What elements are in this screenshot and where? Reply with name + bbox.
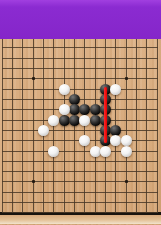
grid-line-vertical [12, 39, 13, 213]
white-stone [100, 146, 111, 157]
grid-line-vertical [33, 39, 34, 213]
black-stone [90, 104, 101, 115]
grid-line-horizontal [2, 181, 158, 182]
white-stone [59, 84, 70, 95]
white-stone [48, 115, 59, 126]
white-stone [110, 84, 121, 95]
white-stone [59, 104, 70, 115]
white-stone [121, 146, 132, 157]
grid-line-horizontal [2, 161, 158, 162]
grid-line-vertical [84, 39, 85, 213]
grid-line-horizontal [2, 47, 158, 48]
star-point [32, 77, 35, 80]
app-header [0, 0, 161, 40]
grid-line-horizontal [2, 130, 158, 131]
grid-line-horizontal [2, 89, 158, 90]
grid-line-horizontal [2, 192, 158, 193]
grid-line-vertical [126, 39, 127, 213]
grid-line-vertical [157, 39, 158, 213]
grid-line-vertical [74, 39, 75, 213]
app-screen [0, 0, 161, 225]
grid-line-horizontal [2, 171, 158, 172]
white-stone [38, 125, 49, 136]
star-point [125, 77, 128, 80]
white-stone [121, 135, 132, 146]
grid-line-horizontal [2, 58, 158, 59]
grid-line-vertical [64, 39, 65, 213]
grid-line-vertical [53, 39, 54, 213]
grid-line-vertical [136, 39, 137, 213]
board-margin [0, 215, 161, 224]
grid-line-horizontal [2, 78, 158, 79]
black-stone [90, 115, 101, 126]
grid-line-horizontal [2, 68, 158, 69]
grid-line-horizontal [2, 212, 158, 213]
white-stone [48, 146, 59, 157]
grid-line-vertical [22, 39, 23, 213]
grid-line-horizontal [2, 151, 158, 152]
white-stone [90, 146, 101, 157]
win-line [104, 87, 107, 143]
black-stone [69, 115, 80, 126]
white-stone [79, 115, 90, 126]
black-stone [59, 115, 70, 126]
grid-line-vertical [95, 39, 96, 213]
grid-line-vertical [2, 39, 3, 213]
grid-line-horizontal [2, 202, 158, 203]
grid-line-vertical [146, 39, 147, 213]
